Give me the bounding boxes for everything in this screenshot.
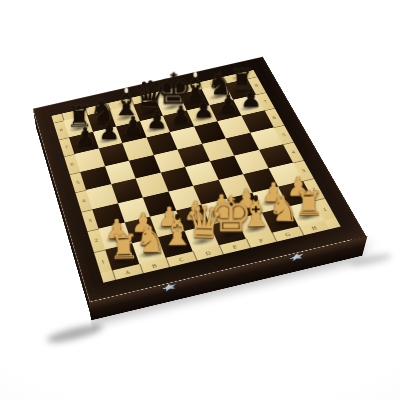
piece-shadow <box>73 140 96 151</box>
piece-shadow <box>230 86 253 96</box>
floor-shadow-left <box>46 321 105 346</box>
piece-shadow <box>215 107 238 117</box>
piece-shadow <box>184 97 207 107</box>
piece-shadow <box>238 102 261 112</box>
piece-shadow <box>91 118 113 128</box>
piece-shadow <box>144 124 167 135</box>
piece-shadow <box>137 107 159 117</box>
piece-shadow <box>121 129 144 140</box>
chess-set-photo: ABCDEFGH8877665544332211ABCDEFGH ♜♞♝♛♚♝♞… <box>0 0 400 400</box>
piece-shadow <box>168 118 191 129</box>
piece-shadow <box>68 123 90 133</box>
piece-shadow <box>191 113 214 123</box>
piece-shadow <box>114 113 136 123</box>
piece-shadow <box>207 92 230 102</box>
piece-shadow <box>97 134 120 145</box>
piece-white-rook: ♜ <box>102 229 146 264</box>
latch-clasp-icon <box>289 252 304 262</box>
piece-shadow <box>161 102 184 112</box>
latch-clasp-icon <box>162 282 176 292</box>
chess-board: ABCDEFGH8877665544332211ABCDEFGH ♜♞♝♛♚♝♞… <box>33 57 366 302</box>
